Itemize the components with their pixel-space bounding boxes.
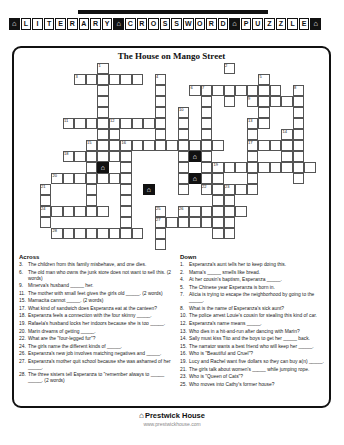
clue-item-text: Esperanza feels a connection with the fo… bbox=[28, 313, 171, 319]
grid-cell bbox=[120, 162, 132, 173]
clue-item: 15.The narrator wants a best friend who … bbox=[180, 344, 328, 350]
clue-number: 27 bbox=[156, 218, 160, 222]
clue-item: 19.Lucy and Rachel want five dollars so … bbox=[180, 359, 328, 365]
grid-cell bbox=[97, 96, 109, 107]
clue-number: 23 bbox=[225, 185, 229, 189]
grid-cell bbox=[120, 118, 132, 129]
clue-item-text: Who is "Beautiful and Cruel"? bbox=[189, 351, 328, 357]
clue-item-text: What is the name of Esperanza's sick aun… bbox=[189, 306, 328, 312]
house-icon: ⌂ bbox=[310, 18, 321, 30]
clue-number: 7 bbox=[202, 86, 204, 90]
grid-cell bbox=[97, 85, 109, 96]
clue-item-text: Marin dreams of getting _____. bbox=[28, 329, 171, 335]
grid-cell: 6 bbox=[189, 85, 201, 96]
grid-cell bbox=[270, 140, 282, 151]
clue-number: 18 bbox=[64, 152, 68, 156]
grid-cell bbox=[63, 228, 75, 239]
clue-item: 17.What kind of sandwich does Esperanza … bbox=[19, 306, 171, 312]
grid-cell bbox=[201, 96, 213, 107]
clue-item-text: Sally must kiss Tito and the boys to get… bbox=[189, 336, 328, 342]
grid-cell bbox=[224, 206, 236, 217]
grid-cell bbox=[201, 162, 213, 173]
clue-number: 10 bbox=[179, 108, 183, 112]
grid-cell bbox=[86, 206, 98, 217]
grid-cell bbox=[132, 74, 144, 85]
grid-cell bbox=[235, 85, 247, 96]
across-clues: Across 3.The children from this family m… bbox=[19, 254, 171, 386]
clue-item-text: What kind of sandwich does Esperanza eat… bbox=[28, 306, 171, 312]
grid-cell: 11 bbox=[63, 118, 75, 129]
clue-number: 21 bbox=[41, 185, 45, 189]
grid-cell bbox=[97, 107, 109, 118]
grid-cell: 10 bbox=[178, 107, 190, 118]
grid-cell bbox=[74, 118, 86, 129]
clue-item-text: Who dies in a hit-and-run after dancing … bbox=[189, 329, 328, 335]
banner-letter-tile: R bbox=[90, 18, 101, 30]
grid-cell bbox=[178, 129, 190, 140]
banner-letter-tile: E bbox=[55, 18, 66, 30]
grid-cell bbox=[201, 107, 213, 118]
grid-cell bbox=[189, 217, 201, 228]
grid-cell bbox=[132, 118, 144, 129]
across-clue-list: 3.The children from this family misbehav… bbox=[19, 262, 171, 384]
banner-letter-tile: W bbox=[183, 18, 194, 30]
clue-item-text: Alicia is trying to escape the neighborh… bbox=[189, 292, 328, 304]
grid-cell bbox=[86, 151, 98, 162]
clue-item-text: Lucy and Rachel want five dollars so the… bbox=[189, 359, 328, 365]
grid-cell bbox=[293, 129, 305, 140]
logo-block-cell: ⌂ bbox=[143, 184, 155, 195]
clue-item-text: The girls name the different kinds of __… bbox=[28, 344, 171, 350]
grid-cell bbox=[109, 74, 121, 85]
grid-cell bbox=[258, 107, 270, 118]
clue-item: 7.Alicia is trying to escape the neighbo… bbox=[180, 292, 328, 304]
clue-item-number: 13. bbox=[180, 329, 189, 335]
grid-cell bbox=[155, 129, 167, 140]
grid-cell: 5 bbox=[258, 74, 270, 85]
clue-item: 6.The old man who owns the junk store do… bbox=[19, 270, 171, 282]
grid-cell bbox=[120, 228, 132, 239]
clue-number: 5 bbox=[260, 75, 262, 79]
grid-cell: 4 bbox=[155, 74, 167, 85]
clue-item-text: Who is "Queen of Cats"? bbox=[189, 374, 328, 380]
clue-number: 6 bbox=[191, 86, 193, 90]
banner-letter-tile: A bbox=[79, 18, 90, 30]
clue-item: 5.The Chinese year Esperanza is born in. bbox=[180, 285, 328, 291]
clue-item-number: 11. bbox=[19, 291, 28, 297]
clue-item: 20.Marin dreams of getting _____. bbox=[19, 329, 171, 335]
grid-cell bbox=[224, 228, 236, 239]
grid-cell: 12 bbox=[109, 118, 121, 129]
clue-item-number: 27. bbox=[19, 359, 28, 371]
grid-cell bbox=[178, 217, 190, 228]
grid-cell bbox=[304, 162, 316, 173]
clue-number: 2 bbox=[225, 64, 227, 68]
grid-cell bbox=[155, 228, 167, 239]
grid-cell: 15 bbox=[86, 140, 98, 151]
publisher-url: www.prestwickhouse.com bbox=[0, 421, 344, 427]
grid-cell bbox=[258, 96, 270, 107]
clue-number: 9 bbox=[248, 97, 250, 101]
banner-letter-tile: L bbox=[287, 18, 298, 30]
banner-letter-tile: Y bbox=[102, 18, 113, 30]
grid-cell bbox=[120, 195, 132, 206]
clue-item-text: The police arrest Louie's cousin for ste… bbox=[189, 313, 328, 319]
grid-cell: 1 bbox=[97, 63, 109, 74]
grid-cell bbox=[224, 96, 236, 107]
banner-letter-tile: R bbox=[206, 18, 217, 30]
clue-item-number: 24. bbox=[19, 344, 28, 350]
grid-cell bbox=[201, 129, 213, 140]
grid-cell bbox=[86, 195, 98, 206]
grid-cell: 16 bbox=[120, 140, 132, 151]
grid-cell bbox=[293, 118, 305, 129]
house-icon: ⌂ bbox=[193, 175, 197, 182]
grid-cell: 8 bbox=[293, 85, 305, 96]
grid-cell bbox=[132, 228, 144, 239]
clue-item: 4.At her cousin's baptism, Esperanza ___… bbox=[180, 277, 328, 283]
clue-item: 15.Mamacita cannot _____. (2 words) bbox=[19, 298, 171, 304]
clue-item-text: Esperanza's new job involves matching ne… bbox=[28, 351, 171, 357]
grid-cell bbox=[74, 151, 86, 162]
grid-cell: 18 bbox=[63, 151, 75, 162]
grid-cell bbox=[235, 162, 247, 173]
logo-block-cell: ⌂ bbox=[189, 173, 201, 184]
logo-block-cell: ⌂ bbox=[97, 162, 109, 173]
clue-item-number: 20. bbox=[19, 329, 28, 335]
house-icon: ⌂ bbox=[113, 18, 124, 30]
clue-item-number: 16. bbox=[180, 351, 189, 357]
down-clues: Down 1.Esperanza's aunt tells her to kee… bbox=[180, 254, 328, 389]
grid-cell: 17 bbox=[247, 140, 259, 151]
footer: ⌂Prestwick House www.prestwickhouse.com bbox=[0, 411, 344, 427]
house-icon: ⌂ bbox=[9, 18, 20, 30]
clue-item-number: 17. bbox=[19, 306, 28, 312]
crossword-grid: 123456789101112131415161718⌂⌂1920⌂21⌂222… bbox=[28, 63, 316, 251]
clue-item-text: The children from this family misbehave,… bbox=[28, 262, 171, 268]
grid-cell bbox=[40, 217, 52, 228]
clue-item-number: 2. bbox=[180, 270, 189, 276]
grid-cell bbox=[201, 217, 213, 228]
banner-letter-tile: I bbox=[32, 18, 43, 30]
grid-cell: 26 bbox=[178, 206, 190, 217]
clue-item: 19.Rafaela's husband locks her indoors b… bbox=[19, 321, 171, 327]
grid-cell bbox=[270, 96, 282, 107]
down-header: Down bbox=[180, 254, 328, 260]
grid-cell: 20 bbox=[51, 173, 63, 184]
grid-cell bbox=[212, 206, 224, 217]
clue-item: 12.Esperanza's name means _____. bbox=[180, 321, 328, 327]
clue-item: 3.The children from this family misbehav… bbox=[19, 262, 171, 268]
clue-item-number: 25. bbox=[180, 382, 189, 388]
clue-item: 13.Who dies in a hit-and-run after danci… bbox=[180, 329, 328, 335]
grid-cell bbox=[293, 96, 305, 107]
clue-item-number: 23. bbox=[180, 374, 189, 380]
clue-item-text: What are the "four-legged fur"? bbox=[28, 336, 171, 342]
clue-item-number: 28. bbox=[19, 372, 28, 384]
clue-item-number: 10. bbox=[180, 313, 189, 319]
clue-item: 22.What are the "four-legged fur"? bbox=[19, 336, 171, 342]
clue-item: 28.The three sisters tell Esperanza to "… bbox=[19, 372, 171, 384]
grid-cell: 22 bbox=[201, 184, 213, 195]
grid-cell bbox=[224, 195, 236, 206]
clue-item: 21.The girls talk about women's _____ wh… bbox=[180, 367, 328, 373]
grid-cell bbox=[155, 96, 167, 107]
clue-item-text: Esperanza's mother quit school because s… bbox=[28, 359, 171, 371]
grid-cell bbox=[97, 228, 109, 239]
grid-cell bbox=[178, 118, 190, 129]
clue-item-text: Minerva's husband _____ her. bbox=[28, 283, 171, 289]
grid-cell bbox=[281, 140, 293, 151]
grid-cell bbox=[120, 217, 132, 228]
clue-number: 16 bbox=[122, 141, 126, 145]
logo-block-cell: ⌂ bbox=[189, 151, 201, 162]
grid-cell bbox=[97, 140, 109, 151]
clue-number: 17 bbox=[248, 141, 252, 145]
clue-number: 14 bbox=[283, 130, 287, 134]
grid-cell bbox=[247, 85, 259, 96]
grid-cell bbox=[63, 173, 75, 184]
grid-cell bbox=[178, 151, 190, 162]
grid-cell bbox=[109, 151, 121, 162]
grid-cell bbox=[178, 140, 190, 151]
grid-cell: 19 bbox=[212, 162, 224, 173]
clue-item-text: Esperanza's name means _____. bbox=[189, 321, 328, 327]
grid-cell bbox=[224, 85, 236, 96]
clue-number: 13 bbox=[248, 119, 252, 123]
clue-number: 11 bbox=[64, 119, 68, 123]
house-icon: ⌂ bbox=[139, 411, 144, 420]
grid-cell: 2 bbox=[224, 63, 236, 74]
banner-letter-tile: S bbox=[171, 18, 182, 30]
grid-cell bbox=[155, 85, 167, 96]
banner-letter-tile: R bbox=[67, 18, 78, 30]
banner-letter-tile: C bbox=[125, 18, 136, 30]
publisher-brand: ⌂Prestwick House bbox=[0, 411, 344, 420]
clue-item-number: 9. bbox=[19, 283, 28, 289]
grid-cell bbox=[293, 140, 305, 151]
clue-item-number: 14. bbox=[180, 336, 189, 342]
grid-cell bbox=[166, 217, 178, 228]
clue-number: 19 bbox=[214, 163, 218, 167]
grid-cell bbox=[97, 206, 109, 217]
grid-cell bbox=[120, 184, 132, 195]
grid-cell bbox=[120, 206, 132, 217]
grid-cell bbox=[86, 118, 98, 129]
grid-cell bbox=[293, 162, 305, 173]
grid-cell bbox=[247, 184, 259, 195]
grid-cell bbox=[212, 85, 224, 96]
grid-cell bbox=[247, 173, 259, 184]
clue-item: 26.Esperanza's new job involves matching… bbox=[19, 351, 171, 357]
grid-cell bbox=[224, 217, 236, 228]
grid-cell bbox=[120, 74, 132, 85]
grid-cell bbox=[258, 162, 270, 173]
clue-item-text: The narrator wants a best friend who wil… bbox=[189, 344, 328, 350]
grid-cell bbox=[178, 162, 190, 173]
clue-item-number: 18. bbox=[19, 313, 28, 319]
clue-item-number: 4. bbox=[180, 277, 189, 283]
grid-cell bbox=[201, 173, 213, 184]
house-icon: ⌂ bbox=[147, 186, 151, 193]
grid-cell bbox=[235, 184, 247, 195]
grid-cell bbox=[201, 206, 213, 217]
grid-cell bbox=[212, 173, 224, 184]
clue-item: 14.Sally must kiss Tito and the boys to … bbox=[180, 336, 328, 342]
grid-cell bbox=[258, 140, 270, 151]
grid-cell: 24 bbox=[40, 206, 52, 217]
clue-item: 11.The mother with small feet gives the … bbox=[19, 291, 171, 297]
grid-cell bbox=[155, 118, 167, 129]
grid-cell bbox=[86, 228, 98, 239]
clue-item-number: 6. bbox=[19, 270, 28, 282]
puzzle-box: The House on Mango Street 12345678910111… bbox=[12, 46, 331, 408]
grid-cell bbox=[86, 74, 98, 85]
clue-number: 24 bbox=[41, 207, 45, 211]
clue-item-text: The Chinese year Esperanza is born in. bbox=[189, 285, 328, 291]
clue-item: 16.Who is "Beautiful and Cruel"? bbox=[180, 351, 328, 357]
house-icon: ⌂ bbox=[229, 18, 240, 30]
grid-cell bbox=[201, 151, 213, 162]
grid-cell bbox=[247, 129, 259, 140]
banner-letter-tile: P bbox=[241, 18, 252, 30]
clue-number: 8 bbox=[294, 86, 296, 90]
clue-item-text: Mamacita cannot _____. (2 words) bbox=[28, 298, 171, 304]
clue-item-text: Esperanza's aunt tells her to keep doing… bbox=[189, 262, 328, 268]
banner-letter-tile: T bbox=[44, 18, 55, 30]
clue-item: 27.Esperanza's mother quit school becaus… bbox=[19, 359, 171, 371]
grid-cell bbox=[212, 195, 224, 206]
clue-number: 26 bbox=[179, 207, 183, 211]
grid-cell bbox=[178, 173, 190, 184]
grid-cell bbox=[109, 140, 121, 151]
clue-item-text: At her cousin's baptism, Esperanza _____… bbox=[189, 277, 328, 283]
clue-item: 1.Esperanza's aunt tells her to keep doi… bbox=[180, 262, 328, 268]
grid-cell: 23 bbox=[224, 184, 236, 195]
grid-cell bbox=[258, 85, 270, 96]
banner-letter-tile: S bbox=[160, 18, 171, 30]
page-title: The House on Mango Street bbox=[14, 51, 329, 61]
grid-cell bbox=[40, 195, 52, 206]
clue-item: 2.Mama's _____ smells like bread. bbox=[180, 270, 328, 276]
top-rule bbox=[78, 10, 268, 14]
grid-cell bbox=[74, 228, 86, 239]
clue-number: 12 bbox=[110, 119, 114, 123]
grid-cell: 25 bbox=[155, 206, 167, 217]
clue-item-number: 15. bbox=[180, 344, 189, 350]
banner-letter-tile: U bbox=[252, 18, 263, 30]
clue-number: 4 bbox=[156, 75, 158, 79]
clue-item: 10.The police arrest Louie's cousin for … bbox=[180, 313, 328, 319]
grid-cell bbox=[258, 118, 270, 129]
letter-tile-banner: ⌂LITERARY⌂CROSSWORD⌂PUZZLE⌂ bbox=[9, 18, 335, 30]
clue-item: 8.What is the name of Esperanza's sick a… bbox=[180, 306, 328, 312]
grid-cell bbox=[120, 173, 132, 184]
banner-letter-tile: L bbox=[21, 18, 32, 30]
grid-cell bbox=[74, 173, 86, 184]
grid-cell bbox=[212, 228, 224, 239]
grid-cell bbox=[166, 140, 178, 151]
clue-item-number: 12. bbox=[180, 321, 189, 327]
grid-cell: 21 bbox=[40, 184, 52, 195]
clue-number: 25 bbox=[156, 207, 160, 211]
banner-letter-tile: Z bbox=[276, 18, 287, 30]
clue-number: 3 bbox=[76, 75, 78, 79]
clue-item-number: 1. bbox=[180, 262, 189, 268]
grid-cell bbox=[143, 118, 155, 129]
grid-cell bbox=[224, 162, 236, 173]
banner-letter-tile: Z bbox=[264, 18, 275, 30]
clue-item-text: The girls talk about women's _____ while… bbox=[189, 367, 328, 373]
clue-item-text: The three sisters tell Esperanza to "rem… bbox=[28, 372, 171, 384]
grid-cell bbox=[86, 184, 98, 195]
clue-item: 25.Who moves into Cathy's former house? bbox=[180, 382, 328, 388]
clue-item: 23.Who is "Queen of Cats"? bbox=[180, 374, 328, 380]
clue-item-text: The old man who owns the junk store does… bbox=[28, 270, 171, 282]
grid-cell bbox=[293, 173, 305, 184]
grid-cell bbox=[97, 151, 109, 162]
banner-letter-tile: O bbox=[148, 18, 159, 30]
grid-cell bbox=[247, 162, 259, 173]
grid-cell bbox=[270, 162, 282, 173]
grid-cell: 28 bbox=[51, 228, 63, 239]
grid-cell: 14 bbox=[281, 129, 293, 140]
grid-cell: 9 bbox=[247, 96, 259, 107]
grid-cell: 3 bbox=[74, 74, 86, 85]
grid-cell bbox=[212, 140, 224, 151]
clue-item-text: Rafaela's husband locks her indoors beca… bbox=[28, 321, 171, 327]
grid-cell bbox=[178, 184, 190, 195]
clue-item-number: 19. bbox=[19, 321, 28, 327]
grid-cell bbox=[281, 162, 293, 173]
grid-cell bbox=[86, 173, 98, 184]
house-icon: ⌂ bbox=[101, 164, 105, 171]
clue-item-number: 8. bbox=[180, 306, 189, 312]
grid-cell bbox=[109, 228, 121, 239]
clue-item-number: 26. bbox=[19, 351, 28, 357]
clue-item-number: 5. bbox=[180, 285, 189, 291]
grid-cell bbox=[155, 140, 167, 151]
grid-cell bbox=[63, 206, 75, 217]
grid-cell bbox=[247, 151, 259, 162]
grid-cell bbox=[109, 173, 121, 184]
grid-cell bbox=[132, 140, 144, 151]
clue-item-number: 19. bbox=[180, 359, 189, 365]
grid-cell bbox=[189, 206, 201, 217]
clue-item-number: 15. bbox=[19, 298, 28, 304]
grid-cell bbox=[212, 184, 224, 195]
grid-cell bbox=[235, 206, 247, 217]
grid-cell bbox=[212, 217, 224, 228]
clue-item-text: Mama's _____ smells like bread. bbox=[189, 270, 328, 276]
grid-cell bbox=[293, 151, 305, 162]
grid-cell: 27 bbox=[155, 217, 167, 228]
grid-cell bbox=[293, 107, 305, 118]
grid-cell bbox=[120, 151, 132, 162]
banner-letter-tile: O bbox=[195, 18, 206, 30]
house-icon: ⌂ bbox=[193, 153, 197, 160]
publisher-name: Prestwick House bbox=[145, 411, 205, 420]
banner-letter-tile: E bbox=[299, 18, 310, 30]
clue-number: 28 bbox=[53, 229, 57, 233]
grid-cell bbox=[201, 140, 213, 151]
clue-item: 9.Minerva's husband _____ her. bbox=[19, 283, 171, 289]
clue-item-text: The mother with small feet gives the gir… bbox=[28, 291, 171, 297]
grid-cell bbox=[97, 173, 109, 184]
grid-cell bbox=[51, 206, 63, 217]
grid-cell bbox=[201, 118, 213, 129]
grid-cell bbox=[86, 162, 98, 173]
